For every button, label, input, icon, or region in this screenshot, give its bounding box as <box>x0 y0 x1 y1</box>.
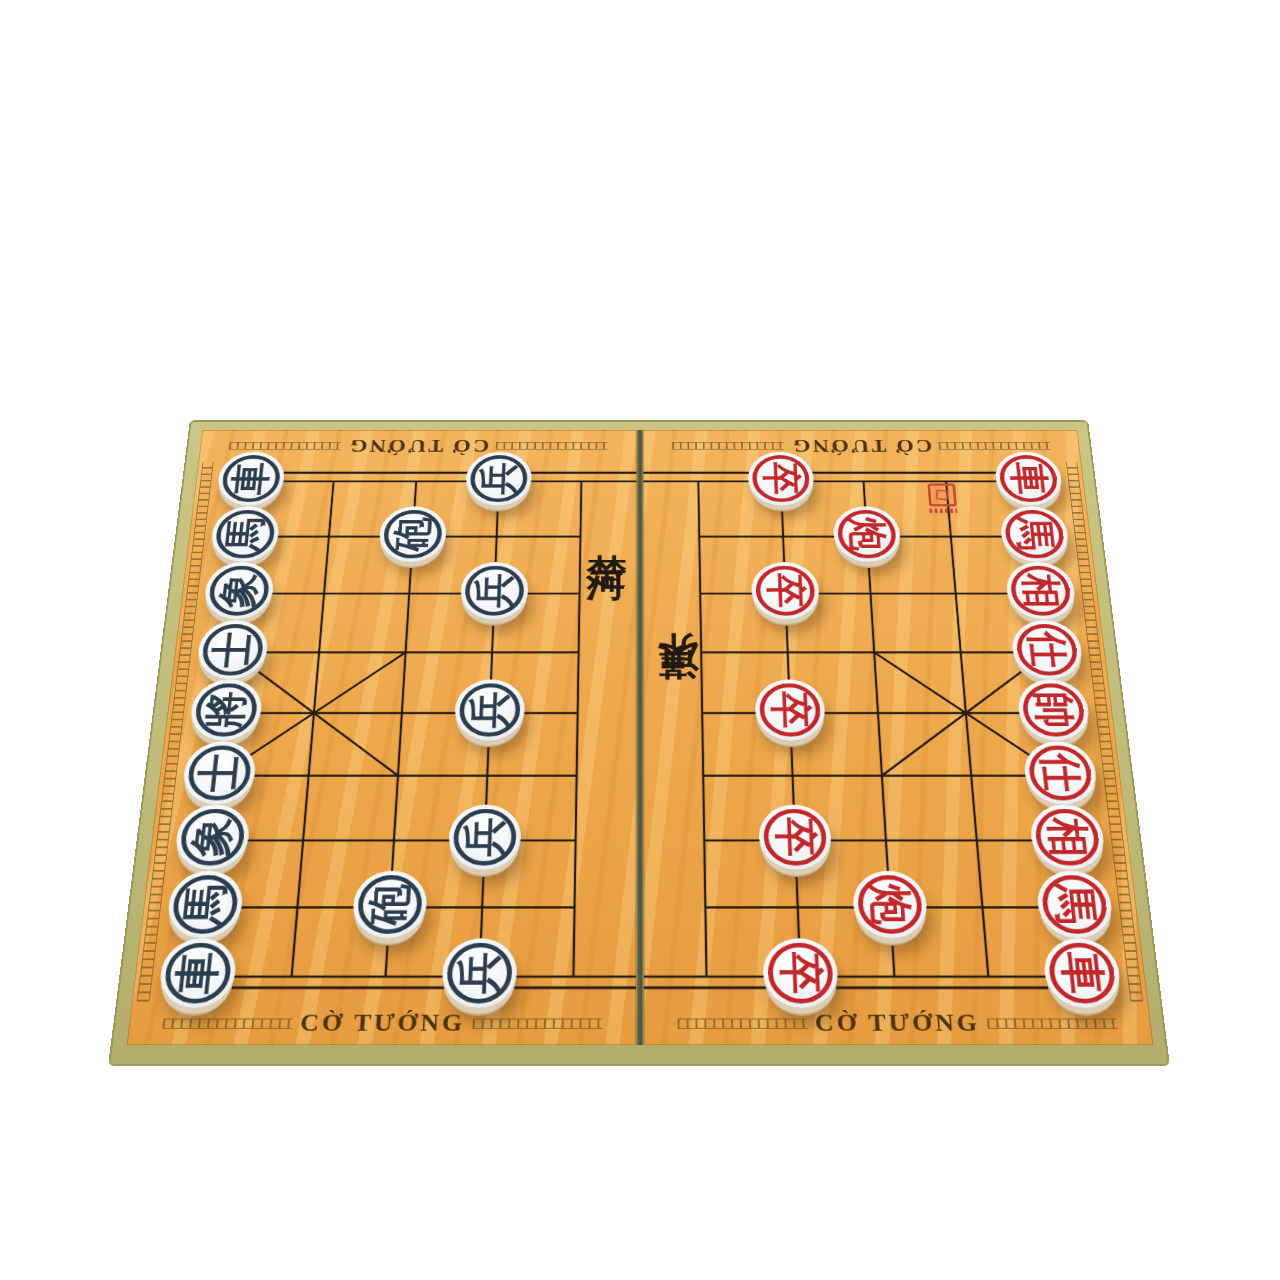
piece-red-chariot[interactable]: 車 <box>1041 938 1123 1008</box>
piece-black-horse[interactable]: 馬 <box>165 870 245 938</box>
piece-black-soldier[interactable]: 兵 <box>465 452 532 506</box>
meander-border <box>672 442 784 450</box>
piece-glyph: 車 <box>993 452 1064 506</box>
piece-glyph: 兵 <box>441 938 518 1008</box>
piece-black-elephant[interactable]: 象 <box>173 805 252 870</box>
piece-red-soldier[interactable]: 卒 <box>762 938 839 1008</box>
piece-black-soldier[interactable]: 兵 <box>459 562 529 619</box>
meander-border <box>987 1018 1118 1028</box>
piece-glyph: 車 <box>157 938 239 1008</box>
piece-glyph: 卒 <box>747 452 814 506</box>
piece-glyph: 相 <box>1028 805 1107 870</box>
piece-red-soldier[interactable]: 卒 <box>758 805 832 870</box>
meander-border <box>162 1018 293 1028</box>
piece-glyph: 象 <box>202 562 276 619</box>
piece-glyph: 車 <box>1041 938 1123 1008</box>
piece-red-elephant[interactable]: 相 <box>1004 562 1078 619</box>
piece-glyph: 卒 <box>754 679 826 740</box>
river-label-han-gioi: 漢界 <box>656 682 698 711</box>
board-title: CỜ TƯỚNG <box>814 1009 980 1037</box>
piece-glyph: 士 <box>181 741 258 804</box>
meander-border <box>229 442 341 450</box>
piece-black-advisor[interactable]: 士 <box>181 741 258 804</box>
piece-glyph: 卒 <box>762 938 839 1008</box>
piece-glyph: 炮 <box>852 870 929 938</box>
board-title: CỜ TƯỚNG <box>299 1009 465 1037</box>
piece-black-advisor[interactable]: 士 <box>195 620 270 679</box>
piece-glyph: 砲 <box>378 506 448 562</box>
meander-border <box>473 1018 603 1028</box>
piece-glyph: 車 <box>215 452 286 506</box>
piece-red-elephant[interactable]: 相 <box>1028 805 1107 870</box>
piece-glyph: 帥 <box>1016 679 1092 740</box>
piece-red-soldier[interactable]: 卒 <box>754 679 826 740</box>
piece-black-chariot[interactable]: 車 <box>157 938 239 1008</box>
piece-black-cannon[interactable]: 砲 <box>351 870 428 938</box>
piece-red-chariot[interactable]: 車 <box>993 452 1064 506</box>
piece-glyph: 炮 <box>832 506 902 562</box>
piece-black-horse[interactable]: 馬 <box>209 506 281 562</box>
piece-glyph: 卒 <box>751 562 821 619</box>
meander-border <box>678 1018 808 1028</box>
board-left-half: CỜ TƯỚNG CỜ TƯỚNG 車馬象士將士象馬車砲砲兵兵兵兵兵 <box>127 430 637 1045</box>
piece-red-advisor[interactable]: 仕 <box>1010 620 1085 679</box>
piece-black-chariot[interactable]: 車 <box>215 452 286 506</box>
piece-red-general[interactable]: 帥 <box>1016 679 1092 740</box>
red-square-stamp-icon <box>927 483 957 506</box>
piece-red-horse[interactable]: 馬 <box>1035 870 1115 938</box>
piece-black-cannon[interactable]: 砲 <box>378 506 448 562</box>
piece-glyph: 相 <box>1004 562 1078 619</box>
piece-red-advisor[interactable]: 仕 <box>1022 741 1100 804</box>
piece-glyph: 將 <box>188 679 264 740</box>
piece-black-soldier[interactable]: 兵 <box>441 938 518 1008</box>
piece-glyph: 卒 <box>758 805 832 870</box>
river-label-chu-ha: 楚河 <box>587 527 627 553</box>
piece-glyph: 馬 <box>998 506 1070 562</box>
piece-red-soldier[interactable]: 卒 <box>751 562 821 619</box>
piece-black-elephant[interactable]: 象 <box>202 562 276 619</box>
stamp-small-text <box>929 509 957 513</box>
piece-black-soldier[interactable]: 兵 <box>454 679 526 740</box>
board-right-half: CỜ TƯỚNG CỜ TƯỚNG 車馬相仕帥仕相馬車炮炮卒卒卒卒卒 <box>643 430 1153 1045</box>
piece-glyph: 象 <box>173 805 252 870</box>
piece-glyph: 兵 <box>447 805 521 870</box>
bottom-edge-band: CỜ TƯỚNG <box>153 1007 610 1039</box>
meander-border <box>496 442 608 450</box>
piece-glyph: 士 <box>195 620 270 679</box>
piece-red-cannon[interactable]: 炮 <box>832 506 902 562</box>
piece-black-general[interactable]: 將 <box>188 679 264 740</box>
piece-red-horse[interactable]: 馬 <box>998 506 1070 562</box>
piece-glyph: 馬 <box>1035 870 1115 938</box>
photo-background: CỜ TƯỚNG CỜ TƯỚNG 車馬象士將士象馬車砲砲兵兵兵兵兵 <box>0 0 1280 1280</box>
piece-glyph: 仕 <box>1022 741 1100 804</box>
piece-glyph: 兵 <box>465 452 532 506</box>
piece-black-soldier[interactable]: 兵 <box>447 805 521 870</box>
piece-glyph: 馬 <box>165 870 245 938</box>
bottom-edge-band: CỜ TƯỚNG <box>670 1007 1127 1039</box>
xiangqi-board: CỜ TƯỚNG CỜ TƯỚNG 車馬象士將士象馬車砲砲兵兵兵兵兵 <box>108 420 1170 1066</box>
piece-red-soldier[interactable]: 卒 <box>747 452 814 506</box>
folding-board-frame: CỜ TƯỚNG CỜ TƯỚNG 車馬象士將士象馬車砲砲兵兵兵兵兵 <box>108 420 1170 1066</box>
piece-red-cannon[interactable]: 炮 <box>852 870 929 938</box>
piece-glyph: 砲 <box>351 870 428 938</box>
brand-stamp-icon <box>927 483 961 512</box>
meander-border <box>939 442 1051 450</box>
piece-glyph: 仕 <box>1010 620 1085 679</box>
piece-glyph: 兵 <box>454 679 526 740</box>
piece-glyph: 兵 <box>459 562 529 619</box>
piece-glyph: 馬 <box>209 506 281 562</box>
